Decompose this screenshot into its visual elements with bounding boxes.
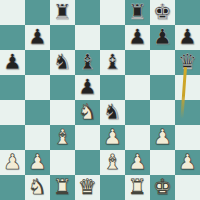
square-f8[interactable]: ♜ <box>125 0 150 25</box>
square-f3[interactable] <box>125 125 150 150</box>
square-b3[interactable] <box>25 125 50 150</box>
square-g1[interactable]: ♚ <box>150 175 175 200</box>
square-c1[interactable]: ♜ <box>50 175 75 200</box>
piece-black-pawn[interactable]: ♟ <box>128 25 147 50</box>
square-g8[interactable]: ♚ <box>150 0 175 25</box>
piece-white-pawn[interactable]: ♟ <box>103 125 122 150</box>
piece-white-pawn[interactable]: ♟ <box>3 150 22 175</box>
piece-black-rook[interactable]: ♜ <box>53 0 72 25</box>
square-e7[interactable] <box>100 25 125 50</box>
square-g5[interactable] <box>150 75 175 100</box>
square-d7[interactable] <box>75 25 100 50</box>
piece-white-bishop[interactable]: ♝ <box>103 150 122 175</box>
square-f1[interactable]: ♜ <box>125 175 150 200</box>
piece-black-pawn[interactable]: ♟ <box>3 50 22 75</box>
piece-black-pawn[interactable]: ♟ <box>178 25 197 50</box>
square-f5[interactable] <box>125 75 150 100</box>
square-a6[interactable]: ♟ <box>0 50 25 75</box>
square-h3[interactable] <box>175 125 200 150</box>
square-d1[interactable]: ♛ <box>75 175 100 200</box>
piece-white-king[interactable]: ♚ <box>153 175 172 200</box>
piece-black-pawn[interactable]: ♟ <box>78 75 97 100</box>
piece-black-knight[interactable]: ♞ <box>103 100 122 125</box>
square-d3[interactable] <box>75 125 100 150</box>
square-a5[interactable] <box>0 75 25 100</box>
square-c5[interactable] <box>50 75 75 100</box>
piece-white-pawn[interactable]: ♟ <box>28 150 47 175</box>
piece-black-pawn[interactable]: ♟ <box>28 25 47 50</box>
square-h2[interactable]: ♟ <box>175 150 200 175</box>
square-d8[interactable] <box>75 0 100 25</box>
square-a3[interactable] <box>0 125 25 150</box>
piece-black-rook[interactable]: ♜ <box>128 0 147 25</box>
square-e6[interactable]: ♝ <box>100 50 125 75</box>
square-a4[interactable] <box>0 100 25 125</box>
piece-white-pawn[interactable]: ♟ <box>153 125 172 150</box>
square-d5[interactable]: ♟ <box>75 75 100 100</box>
piece-black-king[interactable]: ♚ <box>153 0 172 25</box>
square-f2[interactable]: ♟ <box>125 150 150 175</box>
square-h1[interactable] <box>175 175 200 200</box>
square-h5[interactable] <box>175 75 200 100</box>
square-b7[interactable]: ♟ <box>25 25 50 50</box>
square-a8[interactable] <box>0 0 25 25</box>
square-b1[interactable]: ♞ <box>25 175 50 200</box>
square-e1[interactable] <box>100 175 125 200</box>
piece-white-rook[interactable]: ♜ <box>128 175 147 200</box>
piece-white-pawn[interactable]: ♟ <box>178 150 197 175</box>
square-d2[interactable] <box>75 150 100 175</box>
square-b4[interactable] <box>25 100 50 125</box>
square-a7[interactable] <box>0 25 25 50</box>
piece-white-pawn[interactable]: ♟ <box>128 150 147 175</box>
square-e4[interactable]: ♞ <box>100 100 125 125</box>
square-b5[interactable] <box>25 75 50 100</box>
square-c6[interactable]: ♞ <box>50 50 75 75</box>
square-f6[interactable] <box>125 50 150 75</box>
square-h7[interactable]: ♟ <box>175 25 200 50</box>
chess-board: ♜♜♚♟♟♟♟♟♞♝♝♛♟♞♞♝♟♟♟♟♝♟♟♞♜♛♜♚ <box>0 0 200 200</box>
square-d4[interactable]: ♞ <box>75 100 100 125</box>
piece-white-knight[interactable]: ♞ <box>78 100 97 125</box>
piece-black-bishop[interactable]: ♝ <box>103 50 122 75</box>
square-a1[interactable] <box>0 175 25 200</box>
piece-black-bishop[interactable]: ♝ <box>78 50 97 75</box>
square-h4[interactable] <box>175 100 200 125</box>
square-c2[interactable] <box>50 150 75 175</box>
square-e8[interactable] <box>100 0 125 25</box>
piece-white-knight[interactable]: ♞ <box>28 175 47 200</box>
piece-white-bishop[interactable]: ♝ <box>53 125 72 150</box>
piece-black-queen[interactable]: ♛ <box>178 50 197 75</box>
square-h6[interactable]: ♛ <box>175 50 200 75</box>
square-f4[interactable] <box>125 100 150 125</box>
square-g7[interactable]: ♟ <box>150 25 175 50</box>
piece-white-queen[interactable]: ♛ <box>78 175 97 200</box>
square-g6[interactable] <box>150 50 175 75</box>
square-c7[interactable] <box>50 25 75 50</box>
square-c4[interactable] <box>50 100 75 125</box>
square-b6[interactable] <box>25 50 50 75</box>
square-e3[interactable]: ♟ <box>100 125 125 150</box>
square-g2[interactable] <box>150 150 175 175</box>
square-f7[interactable]: ♟ <box>125 25 150 50</box>
piece-black-knight[interactable]: ♞ <box>53 50 72 75</box>
square-e5[interactable] <box>100 75 125 100</box>
square-c8[interactable]: ♜ <box>50 0 75 25</box>
square-b8[interactable] <box>25 0 50 25</box>
square-h8[interactable] <box>175 0 200 25</box>
square-a2[interactable]: ♟ <box>0 150 25 175</box>
piece-white-rook[interactable]: ♜ <box>53 175 72 200</box>
square-d6[interactable]: ♝ <box>75 50 100 75</box>
square-g3[interactable]: ♟ <box>150 125 175 150</box>
piece-black-pawn[interactable]: ♟ <box>153 25 172 50</box>
square-c3[interactable]: ♝ <box>50 125 75 150</box>
square-g4[interactable] <box>150 100 175 125</box>
square-b2[interactable]: ♟ <box>25 150 50 175</box>
square-e2[interactable]: ♝ <box>100 150 125 175</box>
